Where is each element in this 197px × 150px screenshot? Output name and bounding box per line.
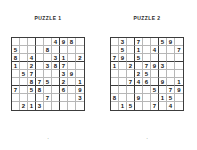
sudoku-given-digit: 3 [159,62,167,70]
sudoku-empty-cell [28,46,36,54]
sudoku-given-digit: 7 [135,38,143,46]
sudoku-empty-cell [36,54,44,62]
sudoku-empty-cell [36,46,44,54]
sudoku-given-digit: 7 [143,62,151,70]
sudoku-given-digit: 9 [68,70,76,78]
sudoku-empty-cell [119,62,127,70]
sudoku-empty-cell [20,38,28,46]
sudoku-empty-cell [52,70,60,78]
sudoku-empty-cell [44,102,52,110]
sudoku-empty-cell [135,102,143,110]
sudoku-given-digit: 2 [28,62,36,70]
sudoku-empty-cell [159,86,167,94]
sudoku-empty-cell [159,70,167,78]
sudoku-given-digit: 8 [44,46,52,54]
sudoku-empty-cell [12,38,20,46]
sudoku-empty-cell [44,70,52,78]
sudoku-empty-cell [127,86,135,94]
sudoku-empty-cell [36,70,44,78]
sudoku-given-digit: 7 [60,62,68,70]
sudoku-given-digit: 7 [44,94,52,102]
sudoku-empty-cell [135,86,143,94]
puzzle-2-title: PUZZLE 2 [110,15,184,21]
sudoku-empty-cell [20,62,28,70]
sudoku-empty-cell [76,46,84,54]
sudoku-given-digit: 1 [60,54,68,62]
sudoku-given-digit: 3 [119,38,127,46]
sudoku-given-digit: 7 [151,102,159,110]
sudoku-given-digit: 1 [76,78,84,86]
sudoku-given-digit: 3 [36,102,44,110]
sudoku-given-digit: 6 [143,78,151,86]
sudoku-given-digit: 5 [119,46,127,54]
sudoku-given-digit: 1 [111,62,119,70]
sudoku-given-digit: 5 [12,46,20,54]
sudoku-empty-cell [44,86,52,94]
sudoku-empty-cell [175,94,183,102]
sudoku-empty-cell [20,94,28,102]
sudoku-empty-cell [52,46,60,54]
sudoku-given-digit: 1 [12,62,20,70]
sudoku-given-digit: 8 [12,54,20,62]
sudoku-given-digit: 7 [127,78,135,86]
sudoku-empty-cell [60,46,68,54]
sudoku-empty-cell [76,38,84,46]
sudoku-empty-cell [68,102,76,110]
sudoku-empty-cell [167,70,175,78]
page-footer-mark-right: · [110,136,184,141]
sudoku-given-digit: 2 [76,54,84,62]
sudoku-empty-cell [20,86,28,94]
sudoku-given-digit: 5 [159,38,167,46]
sudoku-empty-cell [68,62,76,70]
sudoku-empty-cell [68,94,76,102]
sudoku-empty-cell [119,86,127,94]
puzzle-1-title: PUZZLE 1 [11,15,85,21]
sudoku-empty-cell [60,102,68,110]
sudoku-empty-cell [28,38,36,46]
sudoku-empty-cell [175,54,183,62]
sudoku-given-digit: 9 [60,38,68,46]
sudoku-given-digit: 8 [68,38,76,46]
sudoku-empty-cell [143,86,151,94]
sudoku-empty-cell [20,54,28,62]
sudoku-empty-cell [111,78,119,86]
sudoku-empty-cell [151,70,159,78]
sudoku-empty-cell [52,102,60,110]
sudoku-given-digit: 4 [28,54,36,62]
sudoku-empty-cell [167,46,175,54]
sudoku-given-digit: 1 [135,46,143,54]
sudoku-given-digit: 7 [12,86,20,94]
sudoku-empty-cell [143,46,151,54]
sudoku-given-digit: 9 [151,62,159,70]
sudoku-given-digit: 5 [20,70,28,78]
sudoku-given-digit: 9 [167,38,175,46]
sudoku-empty-cell [119,78,127,86]
sudoku-empty-cell [20,78,28,86]
sudoku-empty-cell [175,102,183,110]
sudoku-given-digit: 5 [44,78,52,86]
sudoku-given-digit: 3 [52,54,60,62]
sudoku-empty-cell [111,46,119,54]
sudoku-empty-cell [143,94,151,102]
sudoku-given-digit: 1 [159,94,167,102]
sudoku-given-digit: 9 [135,94,143,102]
sudoku-given-digit: 8 [111,94,119,102]
sudoku-empty-cell [44,54,52,62]
sudoku-empty-cell [151,78,159,86]
sudoku-empty-cell [127,38,135,46]
sudoku-empty-cell [159,54,167,62]
sudoku-given-digit: 8 [28,78,36,86]
sudoku-empty-cell [52,86,60,94]
sudoku-given-digit: 7 [28,70,36,78]
sudoku-given-digit: 5 [143,70,151,78]
sudoku-given-digit: 6 [60,86,68,94]
sudoku-given-digit: 9 [175,86,183,94]
sudoku-empty-cell [111,70,119,78]
sudoku-given-digit: 7 [36,78,44,86]
sudoku-given-digit: 1 [119,102,127,110]
sudoku-empty-cell [12,102,20,110]
sudoku-empty-cell [111,86,119,94]
sudoku-empty-cell [175,70,183,78]
sudoku-given-digit: 7 [111,54,119,62]
sudoku-given-digit: 2 [20,102,28,110]
sudoku-given-digit: 4 [135,78,143,86]
sudoku-empty-cell [119,94,127,102]
sudoku-empty-cell [111,38,119,46]
puzzle-1-grid: 4985884312123875739875217586973213 [11,37,85,111]
sudoku-empty-cell [143,38,151,46]
sudoku-given-digit: 3 [44,62,52,70]
sudoku-given-digit: 8 [52,62,60,70]
sudoku-empty-cell [52,78,60,86]
sudoku-empty-cell [12,94,20,102]
sudoku-given-digit: 4 [151,46,159,54]
page-footer-mark-left: · [11,136,85,141]
sudoku-given-digit: 5 [167,94,175,102]
sudoku-given-digit: 7 [175,46,183,54]
sudoku-empty-cell [76,62,84,70]
sudoku-given-digit: 2 [127,62,135,70]
sudoku-empty-cell [127,70,135,78]
sudoku-given-digit: 9 [76,86,84,94]
sudoku-given-digit: 3 [60,70,68,78]
sudoku-empty-cell [111,102,119,110]
sudoku-empty-cell [159,102,167,110]
sudoku-empty-cell [44,38,52,46]
sudoku-given-digit: 9 [159,78,167,86]
sudoku-empty-cell [175,62,183,70]
puzzle-2-grid: 3759514779512793257469157989151574 [110,37,184,111]
sudoku-empty-cell [167,62,175,70]
sudoku-empty-cell [151,38,159,46]
sudoku-empty-cell [52,94,60,102]
sudoku-given-digit: 4 [167,102,175,110]
sudoku-empty-cell [127,54,135,62]
sudoku-given-digit: 3 [76,94,84,102]
sudoku-given-digit: 1 [28,102,36,110]
sudoku-given-digit: 2 [60,78,68,86]
sudoku-empty-cell [127,94,135,102]
sudoku-empty-cell [119,70,127,78]
sudoku-given-digit: 4 [52,38,60,46]
sudoku-empty-cell [76,102,84,110]
sudoku-empty-cell [68,54,76,62]
sudoku-empty-cell [167,54,175,62]
sudoku-empty-cell [167,78,175,86]
sudoku-empty-cell [151,94,159,102]
sudoku-given-digit: 5 [28,86,36,94]
sudoku-given-digit: 5 [151,86,159,94]
sudoku-empty-cell [60,94,68,102]
sudoku-empty-cell [20,46,28,54]
sudoku-empty-cell [76,70,84,78]
sudoku-empty-cell [143,54,151,62]
sudoku-given-digit: 1 [175,78,183,86]
sudoku-empty-cell [135,62,143,70]
sudoku-empty-cell [159,46,167,54]
sudoku-empty-cell [175,38,183,46]
sudoku-empty-cell [12,70,20,78]
sudoku-empty-cell [143,102,151,110]
sudoku-given-digit: 5 [127,102,135,110]
sudoku-empty-cell [68,86,76,94]
sudoku-given-digit: 7 [167,86,175,94]
sudoku-empty-cell [36,94,44,102]
sudoku-empty-cell [36,62,44,70]
sudoku-empty-cell [151,54,159,62]
sudoku-empty-cell [12,78,20,86]
sudoku-empty-cell [68,78,76,86]
sudoku-empty-cell [127,46,135,54]
sudoku-given-digit: 5 [135,54,143,62]
sudoku-given-digit: 9 [119,54,127,62]
sudoku-given-digit: 2 [135,70,143,78]
sudoku-empty-cell [36,38,44,46]
sudoku-empty-cell [68,46,76,54]
sudoku-given-digit: 8 [36,86,44,94]
sudoku-empty-cell [28,94,36,102]
